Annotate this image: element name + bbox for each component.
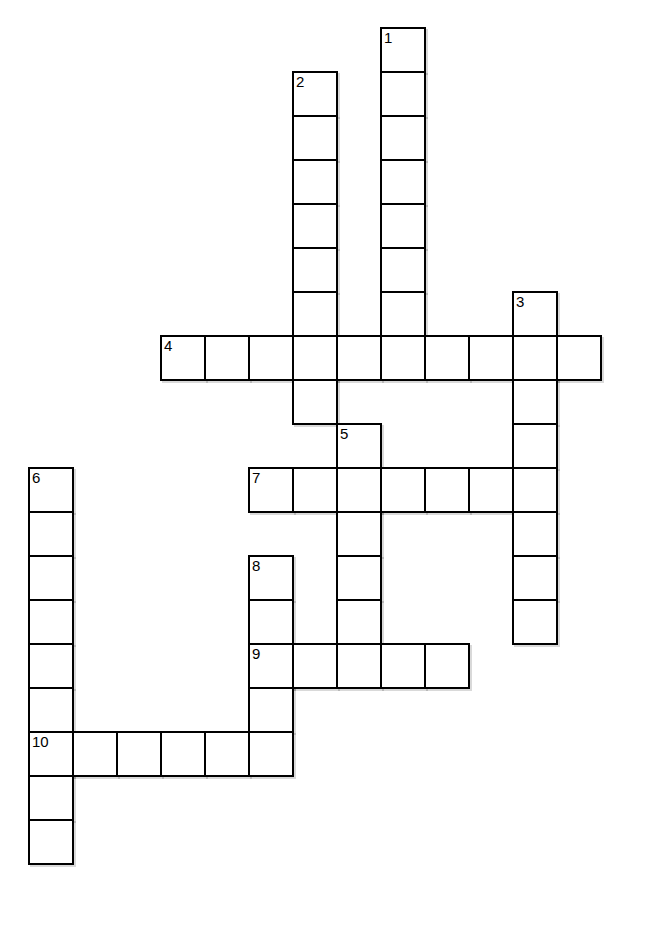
crossword-cell-r16c5[interactable]	[248, 731, 294, 777]
clue-number: 7	[252, 470, 260, 485]
crossword-cell-r10c0[interactable]: 6	[28, 467, 74, 513]
crossword-cell-r5c6[interactable]	[292, 247, 338, 293]
crossword-cell-r14c8[interactable]	[380, 643, 426, 689]
crossword-board: 12345678910	[28, 27, 602, 865]
crossword-cell-r8c6[interactable]	[292, 379, 338, 425]
clue-number: 8	[252, 558, 260, 573]
crossword-cell-r10c5[interactable]: 7	[248, 467, 294, 513]
crossword-cell-r11c0[interactable]	[28, 511, 74, 557]
crossword-cell-r7c3[interactable]: 4	[160, 335, 206, 381]
clue-number: 2	[296, 74, 304, 89]
crossword-cell-r16c2[interactable]	[116, 731, 162, 777]
crossword-cell-r14c5[interactable]: 9	[248, 643, 294, 689]
crossword-cell-r12c0[interactable]	[28, 555, 74, 601]
crossword-cell-r10c9[interactable]	[424, 467, 470, 513]
crossword-cell-r7c4[interactable]	[204, 335, 250, 381]
crossword-cell-r10c7[interactable]	[336, 467, 382, 513]
crossword-cell-r15c5[interactable]	[248, 687, 294, 733]
crossword-cell-r10c8[interactable]	[380, 467, 426, 513]
crossword-cell-r7c10[interactable]	[468, 335, 514, 381]
clue-number: 6	[32, 470, 40, 485]
crossword-cell-r14c7[interactable]	[336, 643, 382, 689]
crossword-cell-r18c0[interactable]	[28, 819, 74, 865]
crossword-cell-r10c11[interactable]	[512, 467, 558, 513]
clue-number: 1	[384, 30, 392, 45]
crossword-cell-r5c8[interactable]	[380, 247, 426, 293]
crossword-cell-r15c0[interactable]	[28, 687, 74, 733]
clue-number: 10	[32, 734, 49, 749]
clue-number: 3	[516, 294, 524, 309]
crossword-cell-r14c9[interactable]	[424, 643, 470, 689]
crossword-cell-r7c7[interactable]	[336, 335, 382, 381]
crossword-cell-r6c11[interactable]: 3	[512, 291, 558, 337]
crossword-cell-r6c6[interactable]	[292, 291, 338, 337]
crossword-cell-r12c5[interactable]: 8	[248, 555, 294, 601]
crossword-cell-r9c7[interactable]: 5	[336, 423, 382, 469]
clue-number: 9	[252, 646, 260, 661]
crossword-cell-r13c5[interactable]	[248, 599, 294, 645]
page-background: 12345678910	[0, 0, 672, 935]
crossword-cell-r7c6[interactable]	[292, 335, 338, 381]
crossword-cell-r7c12[interactable]	[556, 335, 602, 381]
crossword-cell-r12c11[interactable]	[512, 555, 558, 601]
crossword-cell-r6c8[interactable]	[380, 291, 426, 337]
crossword-cell-r7c8[interactable]	[380, 335, 426, 381]
crossword-cell-r17c0[interactable]	[28, 775, 74, 821]
crossword-cell-r16c1[interactable]	[72, 731, 118, 777]
crossword-cell-r16c4[interactable]	[204, 731, 250, 777]
crossword-cell-r4c8[interactable]	[380, 203, 426, 249]
crossword-cell-r2c8[interactable]	[380, 115, 426, 161]
crossword-cell-r16c0[interactable]: 10	[28, 731, 74, 777]
crossword-cell-r7c11[interactable]	[512, 335, 558, 381]
crossword-cell-r16c3[interactable]	[160, 731, 206, 777]
crossword-cell-r9c11[interactable]	[512, 423, 558, 469]
crossword-cell-r10c6[interactable]	[292, 467, 338, 513]
crossword-cell-r14c0[interactable]	[28, 643, 74, 689]
clue-number: 5	[340, 426, 348, 441]
crossword-cell-r11c7[interactable]	[336, 511, 382, 557]
crossword-cell-r11c11[interactable]	[512, 511, 558, 557]
crossword-cell-r12c7[interactable]	[336, 555, 382, 601]
crossword-cell-r13c11[interactable]	[512, 599, 558, 645]
crossword-cell-r13c0[interactable]	[28, 599, 74, 645]
crossword-cell-r3c6[interactable]	[292, 159, 338, 205]
crossword-cell-r8c11[interactable]	[512, 379, 558, 425]
crossword-cell-r2c6[interactable]	[292, 115, 338, 161]
crossword-cell-r1c8[interactable]	[380, 71, 426, 117]
crossword-cell-r0c8[interactable]: 1	[380, 27, 426, 73]
crossword-cell-r7c9[interactable]	[424, 335, 470, 381]
crossword-cell-r4c6[interactable]	[292, 203, 338, 249]
crossword-cell-r1c6[interactable]: 2	[292, 71, 338, 117]
crossword-cell-r10c10[interactable]	[468, 467, 514, 513]
clue-number: 4	[164, 338, 172, 353]
crossword-cell-r13c7[interactable]	[336, 599, 382, 645]
crossword-cell-r3c8[interactable]	[380, 159, 426, 205]
crossword-cell-r14c6[interactable]	[292, 643, 338, 689]
crossword-cell-r7c5[interactable]	[248, 335, 294, 381]
